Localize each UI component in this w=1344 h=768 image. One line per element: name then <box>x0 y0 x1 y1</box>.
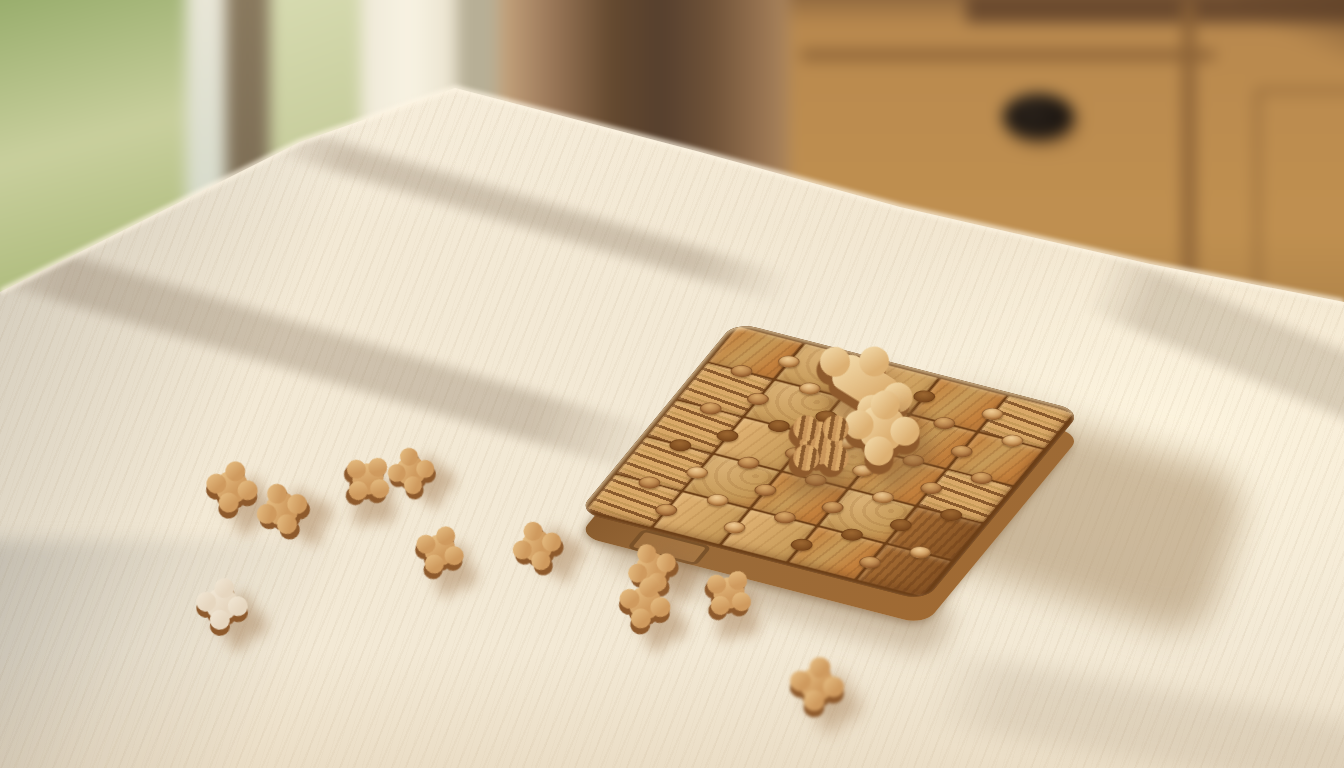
scene-photo <box>0 0 1344 768</box>
puzzle-piece[interactable] <box>628 586 662 620</box>
puzzle-piece[interactable] <box>521 530 554 563</box>
puzzle-piece[interactable] <box>795 417 846 468</box>
puzzle-piece[interactable] <box>264 491 299 526</box>
puzzle-piece[interactable] <box>423 533 458 568</box>
puzzle-piece[interactable] <box>710 574 747 611</box>
puzzle-piece[interactable] <box>800 667 834 701</box>
puzzle-piece[interactable] <box>859 405 905 451</box>
puzzle-piece[interactable] <box>349 460 386 497</box>
puzzle-piece[interactable] <box>215 470 248 503</box>
puzzle-piece[interactable] <box>206 588 238 620</box>
table-edge-highlight <box>0 0 1344 768</box>
puzzle-piece[interactable] <box>397 457 425 485</box>
